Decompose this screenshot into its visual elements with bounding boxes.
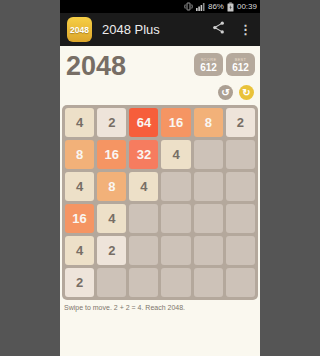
clock: 00:39	[237, 0, 257, 13]
header: 2048 SCORE 612 BEST 612	[60, 46, 260, 80]
score-box: SCORE 612	[194, 53, 223, 76]
empty-cell	[194, 140, 223, 169]
empty-cell	[226, 236, 255, 265]
empty-cell	[97, 268, 126, 297]
tile-4: 4	[161, 140, 190, 169]
status-bar: 86% 00:39	[60, 0, 260, 13]
tile-2: 2	[65, 268, 94, 297]
new-game-button[interactable]: ↻	[239, 85, 254, 100]
empty-cell	[226, 172, 255, 201]
tile-16: 16	[161, 108, 190, 137]
empty-cell	[161, 268, 190, 297]
tile-4: 4	[65, 108, 94, 137]
share-icon[interactable]	[211, 20, 226, 39]
tile-2: 2	[97, 108, 126, 137]
tile-8: 8	[194, 108, 223, 137]
tile-16: 16	[97, 140, 126, 169]
empty-cell	[194, 268, 223, 297]
tile-4: 4	[129, 172, 158, 201]
empty-cell	[161, 236, 190, 265]
controls: ↺ ↻	[60, 80, 260, 100]
undo-button[interactable]: ↺	[218, 85, 233, 100]
empty-cell	[226, 140, 255, 169]
empty-cell	[129, 268, 158, 297]
empty-cell	[161, 204, 190, 233]
best-value: 612	[232, 62, 249, 73]
tile-2: 2	[97, 236, 126, 265]
tile-4: 4	[65, 236, 94, 265]
app-logo-text: 2048	[70, 25, 89, 35]
vibrate-icon	[184, 2, 193, 11]
battery-percent: 86%	[208, 0, 224, 13]
empty-cell	[194, 236, 223, 265]
empty-cell	[194, 172, 223, 201]
tile-8: 8	[97, 172, 126, 201]
signal-bars-icon	[196, 2, 205, 11]
tile-4: 4	[97, 204, 126, 233]
board[interactable]: 42641682816324484164422	[62, 105, 258, 300]
empty-cell	[161, 172, 190, 201]
tile-4: 4	[65, 172, 94, 201]
app-bar: 2048 2048 Plus ⋮	[60, 13, 260, 46]
app-logo: 2048	[67, 17, 92, 42]
best-box: BEST 612	[226, 53, 255, 76]
tile-2: 2	[226, 108, 255, 137]
score-panel: SCORE 612 BEST 612	[194, 53, 255, 76]
tile-8: 8	[65, 140, 94, 169]
tile-16: 16	[65, 204, 94, 233]
empty-cell	[129, 204, 158, 233]
empty-cell	[226, 204, 255, 233]
app-title: 2048 Plus	[102, 22, 211, 37]
tile-64: 64	[129, 108, 158, 137]
page-title: 2048	[66, 53, 126, 80]
empty-cell	[194, 204, 223, 233]
tile-32: 32	[129, 140, 158, 169]
hint-text: Swipe to move. 2 + 2 = 4. Reach 2048.	[60, 300, 260, 311]
battery-charging-icon	[227, 2, 234, 12]
empty-cell	[129, 236, 158, 265]
score-value: 612	[200, 62, 217, 73]
phone-screen: 86% 00:39 2048 2048 Plus ⋮ 2048 SCORE 61…	[60, 0, 260, 356]
empty-cell	[226, 268, 255, 297]
overflow-menu-icon[interactable]: ⋮	[239, 23, 252, 36]
